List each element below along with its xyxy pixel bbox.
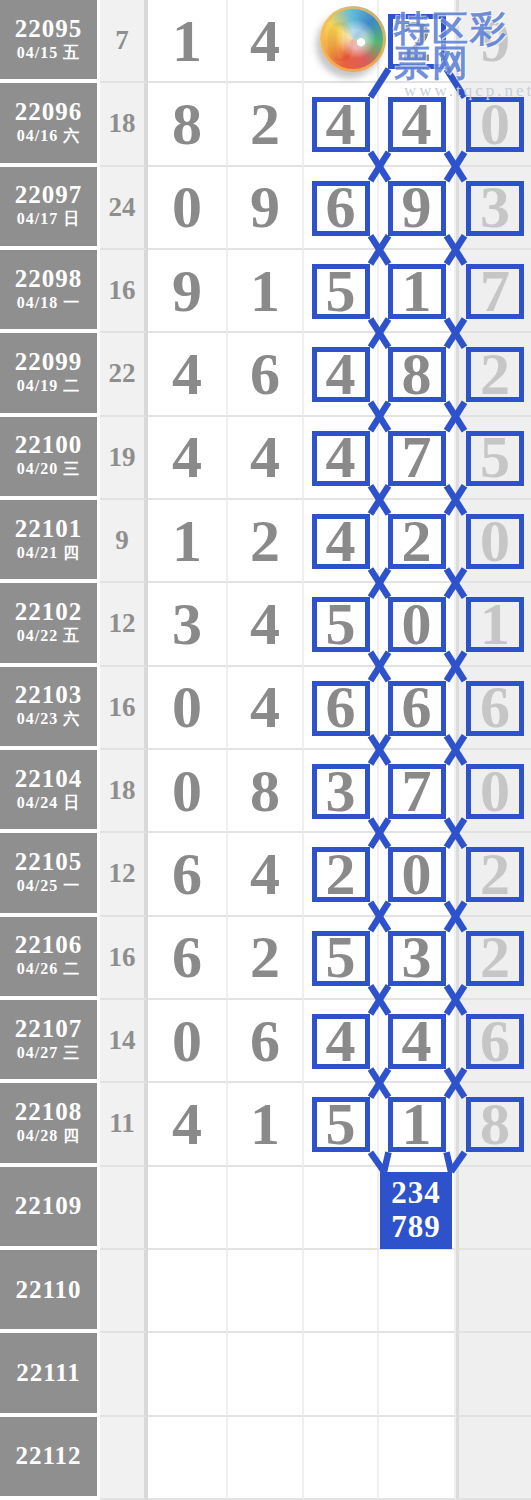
digit-value: 0	[172, 761, 202, 821]
digit-cell: 6	[228, 1000, 304, 1083]
digit-cell: 0	[379, 583, 456, 666]
chart-row: 22110	[0, 1250, 531, 1333]
digit-cell: 8	[228, 750, 304, 833]
digit-box	[388, 264, 446, 319]
digit-cell	[148, 1333, 228, 1416]
digit-cell: 2	[228, 500, 304, 583]
digit-cell: 6	[304, 667, 379, 750]
watermark-site-name: 特区彩票网	[394, 12, 531, 80]
digit-cell: 7	[456, 250, 531, 333]
digit-box	[388, 347, 446, 402]
digit-cell	[456, 1417, 531, 1500]
digit-cell: 2	[304, 833, 379, 916]
site-logo-icon	[320, 6, 386, 72]
chart-row: 2210204/22 五1234501	[0, 583, 531, 666]
digit-value: 0	[172, 177, 202, 237]
digit-value: 4	[250, 594, 280, 654]
digit-box	[466, 181, 524, 236]
digit-cell	[304, 1333, 379, 1416]
digit-cell: 0	[379, 833, 456, 916]
draw-date: 04/26 二	[17, 959, 80, 980]
digit-value: 6	[250, 1011, 280, 1071]
period-cell: 22110	[0, 1250, 100, 1333]
digit-box	[312, 1014, 370, 1069]
digit-cell: 5	[304, 917, 379, 1000]
period-number: 22101	[15, 516, 83, 542]
digit-cell: 4	[148, 417, 228, 500]
chart-row: 22112	[0, 1417, 531, 1500]
period-cell: 2210204/22 五	[0, 583, 100, 666]
digit-cell: 2	[379, 500, 456, 583]
digit-cell: 6	[456, 1000, 531, 1083]
sum-cell: 11	[100, 1083, 148, 1166]
draw-date: 04/20 三	[17, 459, 80, 480]
digit-value: 6	[250, 344, 280, 404]
period-cell: 2210304/23 六	[0, 667, 100, 750]
prediction-digits: 789	[380, 1210, 452, 1244]
sum-cell: 24	[100, 167, 148, 250]
digit-box	[312, 931, 370, 986]
period-number: 22095	[15, 16, 83, 42]
digit-cell: 6	[456, 667, 531, 750]
period-cell: 2210504/25 一	[0, 833, 100, 916]
digit-box	[466, 931, 524, 986]
digit-cell: 6	[304, 167, 379, 250]
digit-value: 4	[172, 427, 202, 487]
trend-grid: 2209504/15 五7140292209604/16 六1882440220…	[0, 0, 531, 1500]
period-number: 22104	[15, 766, 83, 792]
digit-box	[388, 597, 446, 652]
digit-cell: 4	[228, 0, 304, 83]
digit-cell: 4	[304, 333, 379, 416]
digit-box	[388, 97, 446, 152]
period-number: 22109	[15, 1193, 83, 1219]
digit-box	[466, 764, 524, 819]
period-number: 22096	[15, 99, 83, 125]
digit-cell: 9	[148, 250, 228, 333]
digit-box	[466, 847, 524, 902]
digit-cell: 6	[228, 333, 304, 416]
digit-cell: 5	[304, 583, 379, 666]
digit-cell	[379, 1333, 456, 1416]
digit-value: 2	[250, 511, 280, 571]
chart-row: 2210304/23 六1604666	[0, 667, 531, 750]
draw-date: 04/18 一	[17, 293, 80, 314]
digit-box	[466, 597, 524, 652]
digit-box	[466, 431, 524, 486]
digit-box	[466, 97, 524, 152]
digit-value: 4	[172, 344, 202, 404]
chart-row: 2210004/20 三1944475	[0, 417, 531, 500]
digit-cell: 6	[148, 833, 228, 916]
digit-cell: 0	[148, 750, 228, 833]
digit-cell: 2	[456, 333, 531, 416]
digit-cell: 4	[228, 833, 304, 916]
chart-row: 2210804/28 四1141518	[0, 1083, 531, 1166]
digit-box	[388, 1014, 446, 1069]
digit-cell: 0	[148, 1000, 228, 1083]
digit-cell: 7	[379, 750, 456, 833]
period-cell: 2209804/18 一	[0, 250, 100, 333]
digit-box	[312, 597, 370, 652]
sum-cell	[100, 1333, 148, 1416]
sum-cell: 16	[100, 250, 148, 333]
digit-box	[312, 181, 370, 236]
sum-cell: 22	[100, 333, 148, 416]
digit-cell: 0	[148, 167, 228, 250]
digit-value: 3	[172, 594, 202, 654]
digit-box	[466, 1097, 524, 1152]
digit-box	[312, 347, 370, 402]
period-cell: 2209704/17 日	[0, 167, 100, 250]
digit-cell: 3	[304, 750, 379, 833]
digit-cell	[148, 1250, 228, 1333]
digit-cell: 8	[379, 333, 456, 416]
digit-box	[388, 764, 446, 819]
digit-cell: 1	[148, 500, 228, 583]
digit-value: 0	[172, 1011, 202, 1071]
period-cell: 2210104/21 四	[0, 500, 100, 583]
digit-value: 4	[172, 1094, 202, 1154]
sum-cell: 19	[100, 417, 148, 500]
digit-value: 2	[250, 927, 280, 987]
sum-cell: 16	[100, 917, 148, 1000]
draw-date: 04/16 六	[17, 126, 80, 147]
watermark-site-url: www.tqcp.net	[394, 81, 531, 101]
period-number: 22108	[15, 1099, 83, 1125]
period-cell: 2210404/24 日	[0, 750, 100, 833]
digit-cell	[304, 1167, 379, 1250]
chart-row: 2209804/18 一1691517	[0, 250, 531, 333]
digit-value: 4	[250, 427, 280, 487]
draw-date: 04/15 五	[17, 43, 80, 64]
period-number: 22111	[16, 1360, 81, 1386]
period-number: 22112	[15, 1443, 81, 1469]
digit-value: 1	[172, 511, 202, 571]
digit-cell: 4	[304, 1000, 379, 1083]
period-cell: 2210604/26 二	[0, 917, 100, 1000]
digit-cell: 1	[379, 250, 456, 333]
sum-cell: 18	[100, 750, 148, 833]
digit-cell: 2	[456, 917, 531, 1000]
digit-box	[312, 681, 370, 736]
digit-value: 8	[172, 94, 202, 154]
digit-cell	[456, 1250, 531, 1333]
digit-value: 0	[172, 677, 202, 737]
draw-date: 04/22 五	[17, 626, 80, 647]
sum-cell: 9	[100, 500, 148, 583]
digit-cell: 3	[148, 583, 228, 666]
digit-cell: 1	[379, 1083, 456, 1166]
digit-cell: 8	[148, 83, 228, 166]
digit-cell: 5	[304, 250, 379, 333]
period-cell: 2210004/20 三	[0, 417, 100, 500]
period-cell: 22111	[0, 1333, 100, 1416]
digit-cell: 4	[148, 1083, 228, 1166]
prediction-box: 234789	[380, 1172, 452, 1249]
digit-value: 1	[250, 1094, 280, 1154]
digit-cell: 1	[148, 0, 228, 83]
digit-cell: 9	[379, 167, 456, 250]
digit-cell: 5	[456, 417, 531, 500]
digit-box	[466, 514, 524, 569]
digit-box	[388, 681, 446, 736]
digit-cell: 234789	[379, 1167, 456, 1250]
digit-value: 2	[250, 94, 280, 154]
digit-cell	[304, 1250, 379, 1333]
draw-date: 04/27 三	[17, 1043, 80, 1064]
prediction-digits: 234	[380, 1176, 452, 1210]
period-number: 22107	[15, 1016, 83, 1042]
digit-cell: 3	[379, 917, 456, 1000]
period-cell: 2209604/16 六	[0, 83, 100, 166]
draw-date: 04/24 日	[17, 793, 80, 814]
period-cell: 22112	[0, 1417, 100, 1500]
digit-value: 6	[172, 844, 202, 904]
lottery-trend-chart: 2209504/15 五7140292209604/16 六1882440220…	[0, 0, 531, 1500]
period-number: 22105	[15, 849, 83, 875]
period-cell: 2210804/28 四	[0, 1083, 100, 1166]
digit-value: 6	[172, 927, 202, 987]
digit-cell	[228, 1417, 304, 1500]
digit-cell: 6	[379, 667, 456, 750]
digit-cell: 2	[228, 83, 304, 166]
period-number: 22110	[15, 1277, 81, 1303]
digit-cell: 6	[148, 917, 228, 1000]
chart-row: 22111	[0, 1333, 531, 1416]
digit-cell: 9	[228, 167, 304, 250]
digit-cell	[228, 1250, 304, 1333]
digit-cell: 1	[456, 583, 531, 666]
chart-row: 2210404/24 日1808370	[0, 750, 531, 833]
digit-box	[466, 1014, 524, 1069]
digit-value: 1	[172, 11, 202, 71]
chart-row: 2210704/27 三1406446	[0, 1000, 531, 1083]
period-cell: 2210704/27 三	[0, 1000, 100, 1083]
digit-box	[312, 264, 370, 319]
period-cell: 2209904/19 二	[0, 333, 100, 416]
period-number: 22100	[15, 432, 83, 458]
chart-row: 2209704/17 日2409693	[0, 167, 531, 250]
period-cell: 2209504/15 五	[0, 0, 100, 83]
chart-row: 2210604/26 二1662532	[0, 917, 531, 1000]
digit-cell: 7	[379, 417, 456, 500]
digit-cell	[379, 1417, 456, 1500]
digit-cell	[228, 1167, 304, 1250]
sum-cell	[100, 1417, 148, 1500]
draw-date: 04/23 六	[17, 709, 80, 730]
sum-cell: 18	[100, 83, 148, 166]
site-watermark: 特区彩票网 www.tqcp.net	[320, 6, 531, 101]
watermark-text: 特区彩票网 www.tqcp.net	[394, 12, 531, 101]
digit-box	[312, 847, 370, 902]
sum-cell: 14	[100, 1000, 148, 1083]
digit-cell: 4	[228, 667, 304, 750]
period-number: 22106	[15, 932, 83, 958]
digit-cell: 0	[456, 500, 531, 583]
digit-cell: 2	[228, 917, 304, 1000]
digit-cell: 4	[228, 417, 304, 500]
digit-cell	[148, 1167, 228, 1250]
draw-date: 04/21 四	[17, 543, 80, 564]
digit-box	[312, 431, 370, 486]
digit-box	[466, 347, 524, 402]
digit-value: 4	[250, 677, 280, 737]
digit-value: 1	[250, 261, 280, 321]
digit-cell: 5	[304, 1083, 379, 1166]
period-number: 22098	[15, 266, 83, 292]
digit-box	[388, 1097, 446, 1152]
chart-row: 2210104/21 四912420	[0, 500, 531, 583]
sum-cell	[100, 1250, 148, 1333]
digit-box	[312, 764, 370, 819]
sum-cell: 12	[100, 583, 148, 666]
digit-cell: 0	[148, 667, 228, 750]
digit-cell: 1	[228, 250, 304, 333]
digit-cell	[228, 1333, 304, 1416]
digit-box	[388, 181, 446, 236]
draw-date: 04/19 二	[17, 376, 80, 397]
sum-cell: 16	[100, 667, 148, 750]
digit-box	[312, 514, 370, 569]
draw-date: 04/28 四	[17, 1126, 80, 1147]
draw-date: 04/25 一	[17, 876, 80, 897]
digit-cell: 3	[456, 167, 531, 250]
sum-cell	[100, 1167, 148, 1250]
digit-box	[388, 431, 446, 486]
period-number: 22097	[15, 182, 83, 208]
digit-value: 9	[250, 177, 280, 237]
period-number: 22099	[15, 349, 83, 375]
period-cell: 22109	[0, 1167, 100, 1250]
digit-box	[388, 931, 446, 986]
digit-cell: 4	[304, 500, 379, 583]
period-number: 22103	[15, 682, 83, 708]
digit-cell: 2	[456, 833, 531, 916]
digit-box	[466, 681, 524, 736]
digit-cell: 1	[228, 1083, 304, 1166]
digit-cell	[456, 1167, 531, 1250]
digit-cell: 0	[456, 750, 531, 833]
chart-row: 22109234789	[0, 1167, 531, 1250]
digit-cell: 4	[304, 417, 379, 500]
digit-cell	[456, 1333, 531, 1416]
digit-cell	[148, 1417, 228, 1500]
digit-box	[388, 514, 446, 569]
digit-cell: 4	[228, 583, 304, 666]
digit-value: 9	[172, 261, 202, 321]
period-number: 22102	[15, 599, 83, 625]
digit-box	[466, 264, 524, 319]
draw-date: 04/17 日	[17, 209, 80, 230]
sum-cell: 12	[100, 833, 148, 916]
digit-box	[312, 1097, 370, 1152]
digit-box	[388, 847, 446, 902]
digit-value: 4	[250, 844, 280, 904]
digit-value: 8	[250, 761, 280, 821]
digit-cell: 8	[456, 1083, 531, 1166]
chart-row: 2209904/19 二2246482	[0, 333, 531, 416]
chart-row: 2210504/25 一1264202	[0, 833, 531, 916]
digit-cell	[304, 1417, 379, 1500]
sum-cell: 7	[100, 0, 148, 83]
digit-value: 4	[250, 11, 280, 71]
digit-cell: 4	[148, 333, 228, 416]
digit-cell	[379, 1250, 456, 1333]
digit-box	[312, 97, 370, 152]
digit-cell: 4	[379, 1000, 456, 1083]
